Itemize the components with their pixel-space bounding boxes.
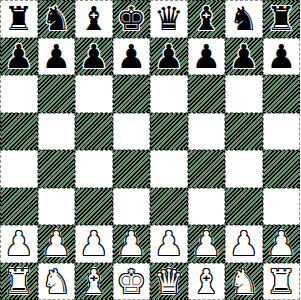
piece-black-rook[interactable]: ♜ [266, 0, 296, 38]
square-a6[interactable] [0, 75, 38, 113]
piece-white-king[interactable]: ♚ [116, 263, 146, 300]
square-h8[interactable]: ♜ [263, 0, 301, 38]
piece-black-knight[interactable]: ♞ [41, 0, 71, 38]
piece-black-bishop[interactable]: ♝ [191, 0, 221, 38]
piece-black-pawn[interactable]: ♟ [116, 38, 146, 76]
square-f2[interactable]: ♟ [188, 225, 226, 263]
square-e7[interactable]: ♟ [150, 38, 188, 76]
square-e8[interactable]: ♛ [150, 0, 188, 38]
square-b8[interactable]: ♞ [38, 0, 76, 38]
piece-white-pawn[interactable]: ♟ [41, 225, 71, 263]
piece-black-queen[interactable]: ♛ [154, 0, 184, 38]
square-h5[interactable] [263, 113, 301, 151]
square-c4[interactable] [75, 150, 113, 188]
square-c5[interactable] [75, 113, 113, 151]
piece-white-rook[interactable]: ♜ [266, 263, 296, 300]
chess-board: ♜♞♝♚♛♝♞♜♟♟♟♟♟♟♟♟♟♟♟♟♟♟♟♟♜♞♝♚♛♝♞♜ [0, 0, 300, 300]
piece-black-pawn[interactable]: ♟ [229, 38, 259, 76]
square-e4[interactable] [150, 150, 188, 188]
square-c3[interactable] [75, 188, 113, 226]
square-g3[interactable] [225, 188, 263, 226]
square-g6[interactable] [225, 75, 263, 113]
square-a2[interactable]: ♟ [0, 225, 38, 263]
square-a5[interactable] [0, 113, 38, 151]
square-g2[interactable]: ♟ [225, 225, 263, 263]
square-a8[interactable]: ♜ [0, 0, 38, 38]
piece-white-pawn[interactable]: ♟ [229, 225, 259, 263]
square-e5[interactable] [150, 113, 188, 151]
square-h1[interactable]: ♜ [263, 263, 301, 300]
square-h3[interactable] [263, 188, 301, 226]
square-b4[interactable] [38, 150, 76, 188]
piece-white-pawn[interactable]: ♟ [191, 225, 221, 263]
square-a3[interactable] [0, 188, 38, 226]
piece-white-pawn[interactable]: ♟ [154, 225, 184, 263]
square-e3[interactable] [150, 188, 188, 226]
piece-white-queen[interactable]: ♛ [154, 263, 184, 300]
piece-white-knight[interactable]: ♞ [229, 263, 259, 300]
square-b7[interactable]: ♟ [38, 38, 76, 76]
piece-white-bishop[interactable]: ♝ [79, 263, 109, 300]
square-c1[interactable]: ♝ [75, 263, 113, 300]
square-e6[interactable] [150, 75, 188, 113]
piece-black-king[interactable]: ♚ [116, 0, 146, 38]
square-g7[interactable]: ♟ [225, 38, 263, 76]
square-f3[interactable] [188, 188, 226, 226]
piece-white-rook[interactable]: ♜ [4, 263, 34, 300]
square-c7[interactable]: ♟ [75, 38, 113, 76]
square-h2[interactable]: ♟ [263, 225, 301, 263]
square-a7[interactable]: ♟ [0, 38, 38, 76]
square-f8[interactable]: ♝ [188, 0, 226, 38]
square-e1[interactable]: ♛ [150, 263, 188, 300]
square-d8[interactable]: ♚ [113, 0, 151, 38]
square-d4[interactable] [113, 150, 151, 188]
square-b6[interactable] [38, 75, 76, 113]
square-h6[interactable] [263, 75, 301, 113]
square-g5[interactable] [225, 113, 263, 151]
square-g1[interactable]: ♞ [225, 263, 263, 300]
square-b5[interactable] [38, 113, 76, 151]
piece-black-knight[interactable]: ♞ [229, 0, 259, 38]
square-d6[interactable] [113, 75, 151, 113]
square-g8[interactable]: ♞ [225, 0, 263, 38]
piece-white-pawn[interactable]: ♟ [266, 225, 296, 263]
square-f6[interactable] [188, 75, 226, 113]
square-a1[interactable]: ♜ [0, 263, 38, 300]
piece-white-pawn[interactable]: ♟ [4, 225, 34, 263]
square-c2[interactable]: ♟ [75, 225, 113, 263]
square-a4[interactable] [0, 150, 38, 188]
piece-black-pawn[interactable]: ♟ [154, 38, 184, 76]
square-f5[interactable] [188, 113, 226, 151]
piece-black-pawn[interactable]: ♟ [4, 38, 34, 76]
piece-black-rook[interactable]: ♜ [4, 0, 34, 38]
square-d2[interactable]: ♟ [113, 225, 151, 263]
piece-black-pawn[interactable]: ♟ [79, 38, 109, 76]
square-f4[interactable] [188, 150, 226, 188]
square-f7[interactable]: ♟ [188, 38, 226, 76]
square-d1[interactable]: ♚ [113, 263, 151, 300]
square-d3[interactable] [113, 188, 151, 226]
piece-black-pawn[interactable]: ♟ [41, 38, 71, 76]
piece-white-bishop[interactable]: ♝ [191, 263, 221, 300]
square-b2[interactable]: ♟ [38, 225, 76, 263]
square-g4[interactable] [225, 150, 263, 188]
square-c8[interactable]: ♝ [75, 0, 113, 38]
piece-white-pawn[interactable]: ♟ [79, 225, 109, 263]
piece-black-bishop[interactable]: ♝ [79, 0, 109, 38]
piece-white-knight[interactable]: ♞ [41, 263, 71, 300]
square-d5[interactable] [113, 113, 151, 151]
square-b1[interactable]: ♞ [38, 263, 76, 300]
square-h7[interactable]: ♟ [263, 38, 301, 76]
piece-white-pawn[interactable]: ♟ [116, 225, 146, 263]
piece-black-pawn[interactable]: ♟ [191, 38, 221, 76]
piece-black-pawn[interactable]: ♟ [266, 38, 296, 76]
square-c6[interactable] [75, 75, 113, 113]
square-b3[interactable] [38, 188, 76, 226]
square-f1[interactable]: ♝ [188, 263, 226, 300]
square-d7[interactable]: ♟ [113, 38, 151, 76]
square-h4[interactable] [263, 150, 301, 188]
square-e2[interactable]: ♟ [150, 225, 188, 263]
